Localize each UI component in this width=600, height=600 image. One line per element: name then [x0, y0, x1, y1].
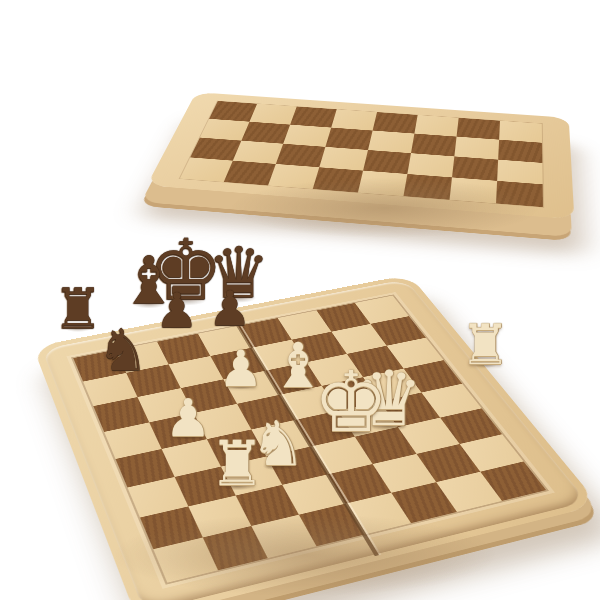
piece-white-rook-b4[interactable]: ♜	[209, 433, 265, 495]
piece-white-pawn-a5[interactable]: ♟	[165, 392, 212, 444]
product-photo-scene: ♜♝♚♛♞♟♟♟♝♜♟♚♛♜♞	[0, 0, 600, 600]
piece-black-pawn-c7[interactable]: ♟	[155, 286, 198, 334]
piece-black-knight-a7[interactable]: ♞	[97, 321, 149, 379]
piece-black-pawn-d7[interactable]: ♟	[208, 284, 251, 332]
pieces-layer: ♜♝♚♛♞♟♟♟♝♜♟♚♛♜♞	[0, 0, 600, 600]
piece-black-rook-a8[interactable]: ♜	[53, 281, 103, 337]
piece-white-pawn-b6[interactable]: ♟	[219, 344, 264, 394]
piece-white-king-d5[interactable]: ♚	[313, 360, 388, 444]
piece-white-rook-g6[interactable]: ♜	[460, 317, 510, 373]
